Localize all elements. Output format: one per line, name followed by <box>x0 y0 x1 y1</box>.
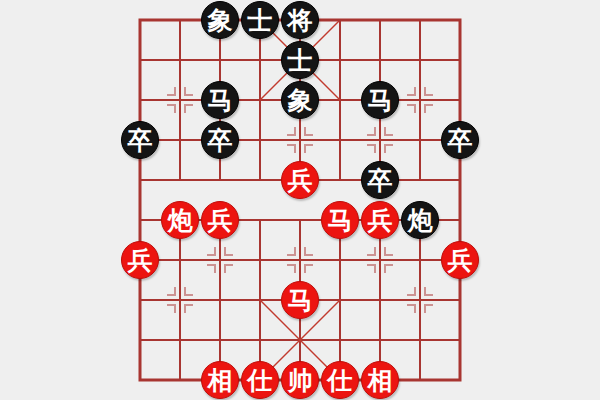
black-soldier[interactable]: 卒 <box>201 121 239 159</box>
red-soldier[interactable]: 兵 <box>201 201 239 239</box>
red-elephant[interactable]: 相 <box>201 361 239 399</box>
red-elephant[interactable]: 相 <box>361 361 399 399</box>
black-horse[interactable]: 马 <box>361 81 399 119</box>
red-horse[interactable]: 马 <box>281 281 319 319</box>
red-soldier[interactable]: 兵 <box>361 201 399 239</box>
black-elephant[interactable]: 象 <box>201 1 239 39</box>
black-advisor[interactable]: 士 <box>281 41 319 79</box>
board-intersections[interactable]: 象士将士马象马卒卒卒兵卒炮兵马兵炮兵兵马相仕帅仕相 <box>120 0 480 400</box>
red-soldier[interactable]: 兵 <box>441 241 479 279</box>
red-soldier[interactable]: 兵 <box>121 241 159 279</box>
black-general[interactable]: 将 <box>281 1 319 39</box>
red-general[interactable]: 帅 <box>281 361 319 399</box>
red-horse[interactable]: 马 <box>321 201 359 239</box>
black-elephant[interactable]: 象 <box>281 81 319 119</box>
black-soldier[interactable]: 卒 <box>121 121 159 159</box>
black-advisor[interactable]: 士 <box>241 1 279 39</box>
xiangqi-board: 象士将士马象马卒卒卒兵卒炮兵马兵炮兵兵马相仕帅仕相 <box>0 0 600 400</box>
red-cannon[interactable]: 炮 <box>161 201 199 239</box>
black-soldier[interactable]: 卒 <box>441 121 479 159</box>
black-horse[interactable]: 马 <box>201 81 239 119</box>
red-advisor[interactable]: 仕 <box>321 361 359 399</box>
red-advisor[interactable]: 仕 <box>241 361 279 399</box>
black-cannon[interactable]: 炮 <box>401 201 439 239</box>
black-soldier[interactable]: 卒 <box>361 161 399 199</box>
red-soldier[interactable]: 兵 <box>281 161 319 199</box>
